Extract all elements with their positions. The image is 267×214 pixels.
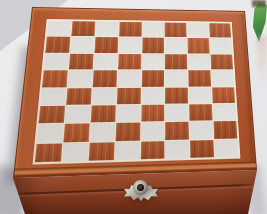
leaf-shadow (252, 0, 266, 7)
background-smudge (257, 36, 267, 88)
photo-scene (0, 0, 267, 214)
clasp-catch-hole (137, 184, 144, 191)
latch-clasp (120, 177, 162, 209)
lid-sheen (14, 8, 256, 177)
box-lid-top (13, 7, 257, 178)
